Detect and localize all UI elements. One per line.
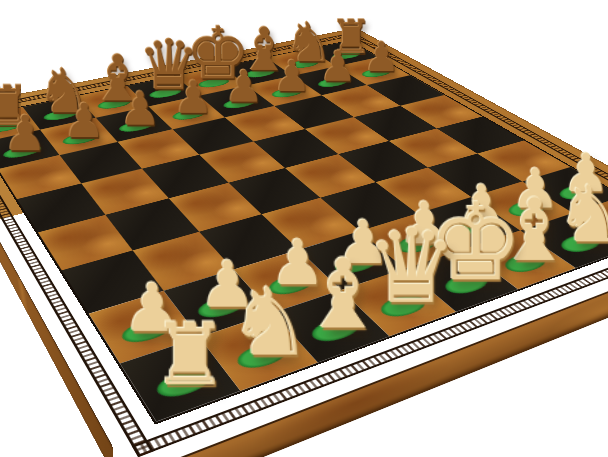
chess-board: ♜♞♝♛♚♝♞♜♟♟♟♟♟♟♟♟♟♟♟♟♟♟♟♟♜♞♝♛♚♝♞♜ [0, 28, 608, 457]
black-pawn[interactable]: ♟ [120, 89, 162, 131]
board-frame: ♜♞♝♛♚♝♞♜♟♟♟♟♟♟♟♟♟♟♟♟♟♟♟♟♜♞♝♛♚♝♞♜ [0, 28, 608, 457]
black-pawn[interactable]: ♟ [173, 78, 213, 119]
black-pawn[interactable]: ♟ [3, 112, 47, 156]
black-pawn[interactable]: ♟ [363, 39, 400, 76]
square-g5[interactable] [354, 106, 437, 141]
black-pawn[interactable]: ♟ [319, 48, 357, 86]
white-rook[interactable]: ♜ [151, 315, 228, 393]
black-pawn[interactable]: ♟ [273, 57, 312, 96]
square-c5[interactable] [142, 155, 229, 199]
black-pawn[interactable]: ♟ [224, 67, 263, 107]
square-g4[interactable] [389, 128, 477, 167]
product-photo-scene: ♜♞♝♛♚♝♞♜♟♟♟♟♟♟♟♟♟♟♟♟♟♟♟♟♜♞♝♛♚♝♞♜ [0, 0, 608, 457]
board-perspective-wrap: ♜♞♝♛♚♝♞♜♟♟♟♟♟♟♟♟♟♟♟♟♟♟♟♟♜♞♝♛♚♝♞♜ [0, 0, 608, 457]
white-knight[interactable]: ♞ [228, 280, 312, 365]
square-f5[interactable] [305, 117, 389, 154]
white-bishop[interactable]: ♝ [300, 252, 386, 338]
black-pawn[interactable]: ♟ [63, 100, 106, 143]
